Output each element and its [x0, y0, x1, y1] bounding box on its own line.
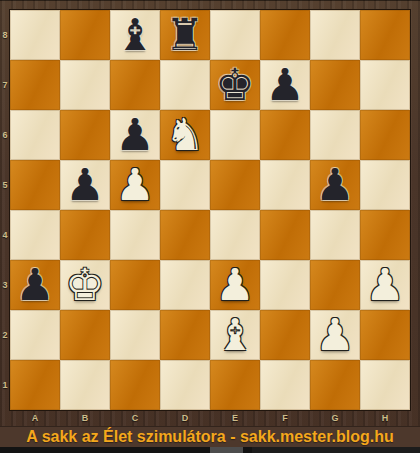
bottom-strip	[0, 447, 420, 453]
square-e1[interactable]	[210, 360, 260, 410]
rank-labels: 87654321	[0, 10, 10, 410]
piece-white-pawn[interactable]: ♟	[110, 160, 160, 210]
square-g6[interactable]	[310, 110, 360, 160]
square-f3[interactable]	[260, 260, 310, 310]
square-d3[interactable]	[160, 260, 210, 310]
piece-white-king[interactable]: ♚	[60, 260, 110, 310]
square-a7[interactable]	[10, 60, 60, 110]
square-a5[interactable]	[10, 160, 60, 210]
square-e3[interactable]: ♟	[210, 260, 260, 310]
square-d6[interactable]: ♞	[160, 110, 210, 160]
square-h5[interactable]	[360, 160, 410, 210]
square-a6[interactable]	[10, 110, 60, 160]
square-h1[interactable]	[360, 360, 410, 410]
square-b5[interactable]: ♟	[60, 160, 110, 210]
square-d5[interactable]	[160, 160, 210, 210]
strip-segment	[210, 447, 243, 453]
piece-white-knight[interactable]: ♞	[160, 110, 210, 160]
piece-white-pawn[interactable]: ♟	[210, 260, 260, 310]
rank-label-1: 1	[0, 360, 10, 410]
chess-board: ♝♜♚♟♟♞♟♟♟♟♚♟♟♝♟	[10, 10, 410, 410]
rank-label-7: 7	[0, 60, 10, 110]
square-b7[interactable]	[60, 60, 110, 110]
file-label-c: C	[110, 410, 160, 426]
piece-black-king[interactable]: ♚	[210, 60, 260, 110]
chess-widget: 87654321 ♝♜♚♟♟♞♟♟♟♟♚♟♟♝♟ ABCDEFGH A sakk…	[0, 0, 420, 453]
rank-label-3: 3	[0, 260, 10, 310]
square-e6[interactable]	[210, 110, 260, 160]
file-label-g: G	[310, 410, 360, 426]
piece-white-bishop[interactable]: ♝	[210, 310, 260, 360]
banner-text: A sakk az Élet szimulátora - sakk.mester…	[26, 428, 394, 446]
square-b6[interactable]	[60, 110, 110, 160]
rank-label-4: 4	[0, 210, 10, 260]
square-c7[interactable]	[110, 60, 160, 110]
square-g2[interactable]: ♟	[310, 310, 360, 360]
square-g7[interactable]	[310, 60, 360, 110]
square-c5[interactable]: ♟	[110, 160, 160, 210]
piece-black-pawn[interactable]: ♟	[310, 160, 360, 210]
square-f1[interactable]	[260, 360, 310, 410]
square-b8[interactable]	[60, 10, 110, 60]
board-frame: 87654321 ♝♜♚♟♟♞♟♟♟♟♚♟♟♝♟ ABCDEFGH	[0, 0, 420, 447]
square-c2[interactable]	[110, 310, 160, 360]
file-label-a: A	[10, 410, 60, 426]
square-g1[interactable]	[310, 360, 360, 410]
file-label-e: E	[210, 410, 260, 426]
square-c8[interactable]: ♝	[110, 10, 160, 60]
file-label-b: B	[60, 410, 110, 426]
square-e8[interactable]	[210, 10, 260, 60]
file-labels: ABCDEFGH	[10, 410, 410, 426]
rank-label-8: 8	[0, 10, 10, 60]
square-e7[interactable]: ♚	[210, 60, 260, 110]
rank-label-5: 5	[0, 160, 10, 210]
piece-black-rook[interactable]: ♜	[160, 10, 210, 60]
square-h8[interactable]	[360, 10, 410, 60]
piece-black-pawn[interactable]: ♟	[110, 110, 160, 160]
square-h6[interactable]	[360, 110, 410, 160]
piece-black-pawn[interactable]: ♟	[260, 60, 310, 110]
square-c3[interactable]	[110, 260, 160, 310]
file-label-h: H	[360, 410, 410, 426]
square-f4[interactable]	[260, 210, 310, 260]
square-h3[interactable]: ♟	[360, 260, 410, 310]
square-d2[interactable]	[160, 310, 210, 360]
square-a3[interactable]: ♟	[10, 260, 60, 310]
square-d4[interactable]	[160, 210, 210, 260]
piece-white-pawn[interactable]: ♟	[360, 260, 410, 310]
square-b2[interactable]	[60, 310, 110, 360]
square-e5[interactable]	[210, 160, 260, 210]
square-e2[interactable]: ♝	[210, 310, 260, 360]
square-f8[interactable]	[260, 10, 310, 60]
square-f2[interactable]	[260, 310, 310, 360]
square-h4[interactable]	[360, 210, 410, 260]
square-b3[interactable]: ♚	[60, 260, 110, 310]
square-g4[interactable]	[310, 210, 360, 260]
file-label-f: F	[260, 410, 310, 426]
rank-label-2: 2	[0, 310, 10, 360]
piece-black-bishop[interactable]: ♝	[110, 10, 160, 60]
square-g3[interactable]	[310, 260, 360, 310]
square-h7[interactable]	[360, 60, 410, 110]
square-e4[interactable]	[210, 210, 260, 260]
square-f6[interactable]	[260, 110, 310, 160]
blog-banner[interactable]: A sakk az Élet szimulátora - sakk.mester…	[0, 426, 420, 447]
square-f5[interactable]	[260, 160, 310, 210]
square-c1[interactable]	[110, 360, 160, 410]
square-f7[interactable]: ♟	[260, 60, 310, 110]
square-a1[interactable]	[10, 360, 60, 410]
square-d7[interactable]	[160, 60, 210, 110]
square-a2[interactable]	[10, 310, 60, 360]
square-c4[interactable]	[110, 210, 160, 260]
square-d8[interactable]: ♜	[160, 10, 210, 60]
file-label-d: D	[160, 410, 210, 426]
square-g5[interactable]: ♟	[310, 160, 360, 210]
square-b1[interactable]	[60, 360, 110, 410]
rank-label-6: 6	[0, 110, 10, 160]
piece-white-pawn[interactable]: ♟	[310, 310, 360, 360]
square-a8[interactable]	[10, 10, 60, 60]
piece-black-pawn[interactable]: ♟	[60, 160, 110, 210]
square-c6[interactable]: ♟	[110, 110, 160, 160]
square-a4[interactable]	[10, 210, 60, 260]
square-g8[interactable]	[310, 10, 360, 60]
square-h2[interactable]	[360, 310, 410, 360]
piece-black-pawn[interactable]: ♟	[10, 260, 60, 310]
square-d1[interactable]	[160, 360, 210, 410]
square-b4[interactable]	[60, 210, 110, 260]
